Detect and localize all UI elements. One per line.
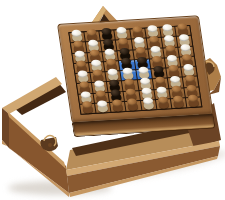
natural-peg[interactable] [187,95,199,108]
box-left-side [2,77,69,197]
natural-peg[interactable] [172,95,184,108]
cell-a8[interactable] [80,104,95,114]
cell-h8[interactable] [186,97,201,107]
cell-f8[interactable] [156,99,171,109]
board-grid [68,25,202,115]
cell-c8[interactable] [110,102,125,112]
cell-d8[interactable] [125,101,140,111]
natural-peg[interactable] [112,99,124,112]
board-face [57,15,214,123]
natural-peg[interactable] [157,96,169,109]
white-peg[interactable] [97,100,109,113]
natural-peg[interactable] [127,98,139,111]
othello-board [57,15,216,137]
white-peg[interactable] [142,97,154,110]
natural-peg[interactable] [82,101,94,114]
product-photo-othello-set [0,0,225,200]
cell-e8[interactable] [140,100,155,110]
cell-g8[interactable] [171,98,186,108]
cell-b8[interactable] [95,103,110,113]
